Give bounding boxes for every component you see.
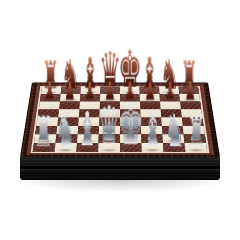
storage-case-front	[20, 156, 220, 180]
square-b7: ♟	[60, 94, 81, 102]
square-a1: ♜	[33, 143, 56, 152]
square-e1: ♚	[120, 143, 142, 152]
square-h1: ♜	[185, 143, 208, 152]
square-h7: ♟	[179, 94, 200, 102]
piece-silver-knight-g1: ♞	[164, 108, 185, 153]
board-frame: ♜♞♝♛♚♝♞♜♟♟♟♟♟♟♟♟♟♟♟♟♟♟♟♟♜♞♝♛♚♝♞♜	[20, 83, 220, 157]
piece-copper-pawn-f7: ♟	[144, 78, 155, 102]
piece-copper-pawn-h7: ♟	[185, 78, 196, 102]
piece-copper-pawn-b7: ♟	[64, 78, 75, 102]
square-f1: ♝	[142, 143, 164, 152]
piece-copper-pawn-g7: ♟	[164, 78, 175, 102]
piece-copper-pawn-c7: ♟	[84, 78, 95, 102]
square-b1: ♞	[55, 143, 77, 152]
square-g7: ♟	[160, 94, 181, 102]
piece-silver-rook-a1: ♜	[34, 112, 54, 154]
piece-silver-king-e1: ♚	[118, 97, 145, 154]
square-g1: ♞	[163, 143, 185, 152]
chess-board-grid: ♜♞♝♛♚♝♞♜♟♟♟♟♟♟♟♟♟♟♟♟♟♟♟♟♜♞♝♛♚♝♞♜	[31, 86, 210, 153]
square-c1: ♝	[76, 143, 98, 152]
square-a7: ♟	[40, 94, 61, 102]
case-lid-seam	[20, 166, 220, 170]
piece-silver-bishop-c1: ♝	[76, 106, 98, 153]
piece-silver-bishop-f1: ♝	[142, 106, 164, 153]
piece-silver-knight-b1: ♞	[55, 108, 76, 153]
piece-copper-pawn-a7: ♟	[44, 78, 55, 102]
piece-silver-rook-h1: ♜	[187, 112, 207, 154]
chess-set-product-photo: ♜♞♝♛♚♝♞♜♟♟♟♟♟♟♟♟♟♟♟♟♟♟♟♟♜♞♝♛♚♝♞♜	[0, 0, 240, 240]
chess-board: ♜♞♝♛♚♝♞♜♟♟♟♟♟♟♟♟♟♟♟♟♟♟♟♟♜♞♝♛♚♝♞♜	[20, 83, 220, 157]
